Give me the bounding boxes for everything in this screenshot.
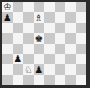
square-d2[interactable]: ♟ [34,64,45,74]
square-b2[interactable] [13,64,24,74]
square-d7[interactable]: ♗ [34,12,45,22]
square-a1[interactable] [2,75,13,85]
square-f1[interactable] [55,75,66,85]
square-b4[interactable] [13,44,24,54]
square-h7[interactable] [76,12,87,22]
white-knight[interactable]: ♘ [24,65,33,75]
square-e5[interactable] [44,33,55,43]
square-c5[interactable] [23,33,34,43]
square-h1[interactable] [76,75,87,85]
square-b7[interactable] [13,12,24,22]
black-pawn[interactable]: ♟ [13,54,22,64]
square-c1[interactable] [23,75,34,85]
square-b8[interactable] [13,2,24,12]
square-e8[interactable] [44,2,55,12]
square-f6[interactable] [55,23,66,33]
square-a7[interactable]: ♟ [2,12,13,22]
square-b3[interactable]: ♟ [13,54,24,64]
square-h5[interactable] [76,33,87,43]
square-c2[interactable]: ♘ [23,64,34,74]
square-e1[interactable] [44,75,55,85]
square-e7[interactable] [44,12,55,22]
square-d1[interactable] [34,75,45,85]
square-g8[interactable] [65,2,76,12]
square-f3[interactable] [55,54,66,64]
square-f2[interactable] [55,64,66,74]
square-b1[interactable] [13,75,24,85]
square-f7[interactable] [55,12,66,22]
square-f5[interactable] [55,33,66,43]
square-e2[interactable] [44,64,55,74]
square-h3[interactable] [76,54,87,64]
black-pawn[interactable]: ♟ [3,13,12,23]
square-e6[interactable] [44,23,55,33]
square-h6[interactable] [76,23,87,33]
square-a8[interactable]: ♔ [2,2,13,12]
square-a2[interactable] [2,64,13,74]
white-bishop[interactable]: ♗ [34,13,43,23]
square-c4[interactable] [23,44,34,54]
square-b6[interactable] [13,23,24,33]
square-g3[interactable] [65,54,76,64]
square-h2[interactable] [76,64,87,74]
square-d3[interactable] [34,54,45,64]
square-h4[interactable] [76,44,87,54]
black-king[interactable]: ♚ [34,34,43,44]
square-a5[interactable] [2,33,13,43]
square-g4[interactable] [65,44,76,54]
square-g6[interactable] [65,23,76,33]
square-f8[interactable] [55,2,66,12]
chess-board: ♔♟♗♚♟♘♟ [2,2,86,85]
square-g1[interactable] [65,75,76,85]
square-d6[interactable] [34,23,45,33]
square-g2[interactable] [65,64,76,74]
square-h8[interactable] [76,2,87,12]
square-d4[interactable] [34,44,45,54]
white-king[interactable]: ♔ [3,2,12,12]
board-frame: ♔♟♗♚♟♘♟ [0,0,90,88]
square-a4[interactable] [2,44,13,54]
square-f4[interactable] [55,44,66,54]
square-g7[interactable] [65,12,76,22]
square-a3[interactable] [2,54,13,64]
square-a6[interactable] [2,23,13,33]
square-e4[interactable] [44,44,55,54]
square-g5[interactable] [65,33,76,43]
square-c3[interactable] [23,54,34,64]
square-d8[interactable] [34,2,45,12]
square-d5[interactable]: ♚ [34,33,45,43]
black-pawn[interactable]: ♟ [34,65,43,75]
square-c8[interactable] [23,2,34,12]
square-e3[interactable] [44,54,55,64]
square-b5[interactable] [13,33,24,43]
square-c6[interactable] [23,23,34,33]
square-c7[interactable] [23,12,34,22]
